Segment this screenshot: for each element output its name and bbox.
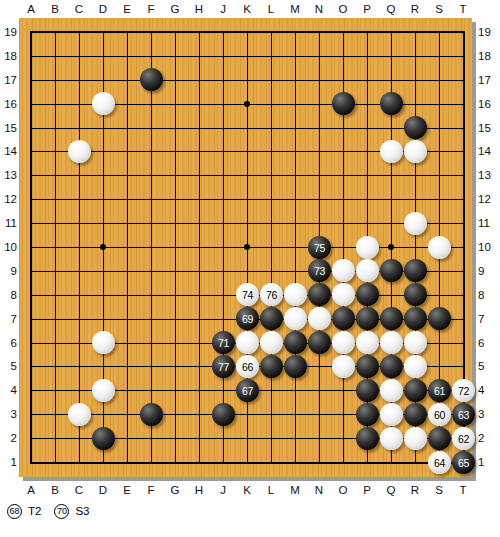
coord-right-10: 10	[478, 240, 498, 254]
coord-right-8: 8	[478, 288, 498, 302]
caption-move-68-stone-icon: 68	[7, 504, 22, 519]
coord-top-F: F	[141, 2, 161, 16]
stone-black-F17	[140, 68, 163, 91]
move-number-label: 67	[242, 385, 253, 397]
coord-top-T: T	[453, 2, 473, 16]
coord-left-16: 16	[0, 97, 17, 111]
stone-white-D4	[92, 379, 115, 402]
coord-bottom-A: A	[21, 483, 41, 497]
move-number-label: 63	[458, 409, 469, 421]
coord-bottom-R: R	[405, 483, 425, 497]
stone-black-N10: 75	[308, 236, 331, 259]
coord-top-R: R	[405, 2, 425, 16]
stone-white-T4: 72	[452, 379, 475, 402]
coord-right-1: 1	[478, 455, 498, 469]
move-number-label: 72	[458, 385, 469, 397]
stone-black-R9	[404, 259, 427, 282]
coord-top-P: P	[357, 2, 377, 16]
star-point-K10	[244, 244, 250, 250]
caption-moves-row: 68T270S3	[7, 502, 103, 520]
coord-left-8: 8	[0, 288, 17, 302]
coord-bottom-Q: Q	[381, 483, 401, 497]
stone-white-Q14	[380, 140, 403, 163]
caption-move-70-stone-icon: 70	[54, 504, 69, 519]
grid-hline-12	[31, 199, 464, 200]
coord-right-12: 12	[478, 192, 498, 206]
stone-black-M6	[284, 331, 307, 354]
coord-top-A: A	[21, 2, 41, 16]
coord-right-16: 16	[478, 97, 498, 111]
stone-black-Q5	[380, 355, 403, 378]
coord-bottom-E: E	[117, 483, 137, 497]
coord-bottom-K: K	[237, 483, 257, 497]
coord-bottom-T: T	[453, 483, 473, 497]
move-number-label: 71	[218, 337, 229, 349]
stone-black-R8	[404, 283, 427, 306]
coord-bottom-H: H	[189, 483, 209, 497]
coord-top-N: N	[309, 2, 329, 16]
stone-black-L7	[260, 307, 283, 330]
coord-left-12: 12	[0, 192, 17, 206]
stone-white-D16	[92, 92, 115, 115]
star-point-Q10	[388, 244, 394, 250]
coord-bottom-D: D	[93, 483, 113, 497]
stone-black-P5	[356, 355, 379, 378]
stone-white-M7	[284, 307, 307, 330]
stone-white-T2: 62	[452, 427, 475, 450]
stone-white-D6	[92, 331, 115, 354]
move-number-label: 69	[242, 313, 253, 325]
coord-bottom-F: F	[141, 483, 161, 497]
coord-bottom-P: P	[357, 483, 377, 497]
stone-black-P3	[356, 403, 379, 426]
coord-right-5: 5	[478, 359, 498, 373]
coord-right-18: 18	[478, 49, 498, 63]
stone-black-P7	[356, 307, 379, 330]
coord-top-D: D	[93, 2, 113, 16]
stone-white-O5	[332, 355, 355, 378]
coord-top-M: M	[285, 2, 305, 16]
stone-white-L8: 76	[260, 283, 283, 306]
stone-white-O9	[332, 259, 355, 282]
coord-left-6: 6	[0, 336, 17, 350]
coord-bottom-G: G	[165, 483, 185, 497]
stone-black-M5	[284, 355, 307, 378]
grid-hline-15	[31, 128, 464, 129]
coord-left-9: 9	[0, 264, 17, 278]
stone-black-J6: 71	[212, 331, 235, 354]
move-number-label: 60	[434, 409, 445, 421]
coord-top-J: J	[213, 2, 233, 16]
coord-bottom-N: N	[309, 483, 329, 497]
stone-white-Q3	[380, 403, 403, 426]
stone-white-S3: 60	[428, 403, 451, 426]
coord-right-11: 11	[478, 216, 498, 230]
stone-black-Q7	[380, 307, 403, 330]
stone-white-L6	[260, 331, 283, 354]
coord-bottom-J: J	[213, 483, 233, 497]
stone-black-R7	[404, 307, 427, 330]
stone-black-P8	[356, 283, 379, 306]
coord-top-L: L	[261, 2, 281, 16]
coord-right-13: 13	[478, 168, 498, 182]
move-number-label: 77	[218, 361, 229, 373]
coord-right-9: 9	[478, 264, 498, 278]
coord-right-3: 3	[478, 407, 498, 421]
coord-left-11: 11	[0, 216, 17, 230]
stone-black-K7: 69	[236, 307, 259, 330]
coord-right-4: 4	[478, 383, 498, 397]
coord-top-O: O	[333, 2, 353, 16]
stone-black-R4	[404, 379, 427, 402]
stone-black-R15	[404, 116, 427, 139]
stone-white-O6	[332, 331, 355, 354]
coord-top-H: H	[189, 2, 209, 16]
move-number-label: 76	[266, 289, 277, 301]
coord-bottom-B: B	[45, 483, 65, 497]
go-diagram-page: 75737476697177666761726063626465 68T270S…	[0, 0, 500, 537]
stone-white-Q4	[380, 379, 403, 402]
coord-left-1: 1	[0, 455, 17, 469]
stone-black-O16	[332, 92, 355, 115]
stone-black-J3	[212, 403, 235, 426]
coord-right-7: 7	[478, 312, 498, 326]
stone-white-M8	[284, 283, 307, 306]
stone-black-F3	[140, 403, 163, 426]
coord-left-3: 3	[0, 407, 17, 421]
grid-hline-18	[31, 56, 464, 57]
move-number-label: 64	[434, 457, 445, 469]
coord-right-15: 15	[478, 121, 498, 135]
stone-white-P10	[356, 236, 379, 259]
stone-black-Q9	[380, 259, 403, 282]
coord-right-14: 14	[478, 144, 498, 158]
coord-left-15: 15	[0, 121, 17, 135]
move-number-label: 61	[434, 385, 445, 397]
coord-left-5: 5	[0, 359, 17, 373]
stone-white-R11	[404, 212, 427, 235]
stone-black-D2	[92, 427, 115, 450]
stone-black-T3: 63	[452, 403, 475, 426]
grid-hline-13	[31, 175, 464, 176]
coord-right-17: 17	[478, 73, 498, 87]
coord-bottom-S: S	[429, 483, 449, 497]
caption-point-T2: T2	[28, 505, 41, 517]
stone-black-N9: 73	[308, 259, 331, 282]
move-number-label: 74	[242, 289, 253, 301]
stone-black-S7	[428, 307, 451, 330]
coord-left-2: 2	[0, 431, 17, 445]
coord-top-B: B	[45, 2, 65, 16]
coord-left-13: 13	[0, 168, 17, 182]
stone-black-P4	[356, 379, 379, 402]
stone-black-N8	[308, 283, 331, 306]
coord-left-4: 4	[0, 383, 17, 397]
stone-white-K6	[236, 331, 259, 354]
caption-point-S3: S3	[75, 505, 89, 517]
coord-left-19: 19	[0, 25, 17, 39]
stone-black-P2	[356, 427, 379, 450]
stone-white-K8: 74	[236, 283, 259, 306]
star-point-K16	[244, 101, 250, 107]
stone-white-R14	[404, 140, 427, 163]
move-number-label: 65	[458, 457, 469, 469]
coord-top-E: E	[117, 2, 137, 16]
grid-hline-17	[31, 80, 464, 81]
coord-top-Q: Q	[381, 2, 401, 16]
move-number-label: 75	[314, 242, 325, 254]
stone-white-Q2	[380, 427, 403, 450]
coord-bottom-L: L	[261, 483, 281, 497]
grid-hline-11	[31, 223, 464, 224]
go-board[interactable]: 75737476697177666761726063626465	[19, 18, 472, 477]
stone-black-R3	[404, 403, 427, 426]
stone-black-O7	[332, 307, 355, 330]
coord-left-17: 17	[0, 73, 17, 87]
coord-left-18: 18	[0, 49, 17, 63]
stone-white-C14	[68, 140, 91, 163]
coord-bottom-O: O	[333, 483, 353, 497]
stone-white-R5	[404, 355, 427, 378]
stone-white-S10	[428, 236, 451, 259]
move-number-label: 62	[458, 433, 469, 445]
stone-white-R2	[404, 427, 427, 450]
stone-black-T1: 65	[452, 451, 475, 474]
stone-white-N7	[308, 307, 331, 330]
coord-top-K: K	[237, 2, 257, 16]
coord-top-S: S	[429, 2, 449, 16]
stone-white-C3	[68, 403, 91, 426]
coord-bottom-C: C	[69, 483, 89, 497]
coord-bottom-M: M	[285, 483, 305, 497]
coord-left-7: 7	[0, 312, 17, 326]
stone-white-K5: 66	[236, 355, 259, 378]
stone-white-P6	[356, 331, 379, 354]
coord-right-2: 2	[478, 431, 498, 445]
stone-black-S4: 61	[428, 379, 451, 402]
move-number-label: 73	[314, 265, 325, 277]
stone-black-N6	[308, 331, 331, 354]
stone-black-K4: 67	[236, 379, 259, 402]
coord-top-G: G	[165, 2, 185, 16]
stone-white-R6	[404, 331, 427, 354]
stone-black-S2	[428, 427, 451, 450]
stone-white-P9	[356, 259, 379, 282]
stone-black-Q16	[380, 92, 403, 115]
coord-left-10: 10	[0, 240, 17, 254]
star-point-D10	[100, 244, 106, 250]
stone-white-S1: 64	[428, 451, 451, 474]
stone-black-J5: 77	[212, 355, 235, 378]
coord-left-14: 14	[0, 144, 17, 158]
stone-black-L5	[260, 355, 283, 378]
move-number-label: 66	[242, 361, 253, 373]
coord-right-19: 19	[478, 25, 498, 39]
stone-white-O8	[332, 283, 355, 306]
coord-top-C: C	[69, 2, 89, 16]
coord-right-6: 6	[478, 336, 498, 350]
stone-white-Q6	[380, 331, 403, 354]
